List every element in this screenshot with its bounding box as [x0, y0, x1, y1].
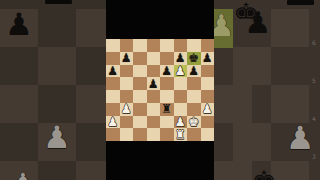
- square-f5: [174, 77, 188, 90]
- bg-square: [271, 85, 309, 123]
- bg-rank-label: 4: [312, 116, 320, 122]
- bg-white-pawn-b3: ♟: [39, 122, 75, 164]
- square-d1: [147, 128, 161, 141]
- square-d8: [147, 39, 161, 52]
- bg-black-pawn-g6: ♟: [241, 8, 275, 46]
- video-column: ♟♟♚♟♟♟♟♟♟♟♜♟♟♟♚♜: [106, 0, 214, 180]
- square-h7: [201, 52, 215, 65]
- square-a5: [106, 77, 120, 90]
- square-b1: [120, 128, 134, 141]
- square-f1: [174, 128, 188, 141]
- square-h4: [201, 90, 215, 103]
- square-e5: [160, 77, 174, 90]
- square-c5: [133, 77, 147, 90]
- video-frame[interactable]: ♟♟♟ ♟♟♚♟♟♟♟♟♟♟♜♟♟♟♚♜ ♟♚♟♟♚65432: [0, 0, 320, 180]
- square-f4: [174, 90, 188, 103]
- bg-square: [76, 161, 106, 180]
- square-g3: [187, 103, 201, 116]
- bg-square: [214, 85, 252, 123]
- square-h2: [201, 116, 215, 129]
- square-f7: [174, 52, 188, 65]
- square-b2: [120, 116, 134, 129]
- background-board-right: ♟♚♟♟♚65432: [214, 0, 320, 180]
- square-b6: [120, 65, 134, 78]
- bg-rank-label: 5: [312, 78, 320, 84]
- square-h1: [201, 128, 215, 141]
- square-g1: [187, 128, 201, 141]
- square-c7: [133, 52, 147, 65]
- square-a2: [106, 116, 120, 129]
- square-c6: [133, 65, 147, 78]
- square-a8: [106, 39, 120, 52]
- bg-square: [38, 47, 76, 85]
- square-f2: [174, 116, 188, 129]
- square-d2: [147, 116, 161, 129]
- square-g4: [187, 90, 201, 103]
- square-b7: [120, 52, 134, 65]
- square-a4: [106, 90, 120, 103]
- square-b3: [120, 103, 134, 116]
- square-a3: [106, 103, 120, 116]
- square-g7: [187, 52, 201, 65]
- square-g5: [187, 77, 201, 90]
- square-d7: [147, 52, 161, 65]
- bg-white-pawn-head-a2: ♟: [8, 170, 38, 180]
- square-c4: [133, 90, 147, 103]
- bg-square: [271, 9, 309, 47]
- square-c1: [133, 128, 147, 141]
- square-e6: [160, 65, 174, 78]
- square-g8: [187, 39, 201, 52]
- board: ♟♟♚♟♟♟♟♟♟♟♜♟♟♟♚♜: [106, 39, 214, 141]
- square-a1: [106, 128, 120, 141]
- bg-square: [0, 85, 38, 123]
- square-e1: [160, 128, 174, 141]
- bg-piece-base-h7: [287, 0, 314, 5]
- bg-square: [233, 123, 271, 161]
- square-h6: [201, 65, 215, 78]
- square-h5: [201, 77, 215, 90]
- square-c8: [133, 39, 147, 52]
- bg-piece-base-b7: [45, 0, 72, 4]
- square-h8: [201, 39, 215, 52]
- square-b5: [120, 77, 134, 90]
- square-f3: [174, 103, 188, 116]
- bg-square: [76, 85, 106, 123]
- square-g6: [187, 65, 201, 78]
- square-d6: [147, 65, 161, 78]
- background-board-left: ♟♟♟: [0, 0, 106, 180]
- square-e2: [160, 116, 174, 129]
- square-a6: [106, 65, 120, 78]
- square-f6: [174, 65, 188, 78]
- square-c3: [133, 103, 147, 116]
- square-a7: [106, 52, 120, 65]
- bg-rank-label: 3: [312, 154, 320, 160]
- square-e8: [160, 39, 174, 52]
- square-f8: [174, 39, 188, 52]
- square-e3: [160, 103, 174, 116]
- bg-square: [76, 9, 106, 47]
- square-e4: [160, 90, 174, 103]
- bg-black-pawn-a6: ♟: [1, 9, 37, 49]
- square-c2: [133, 116, 147, 129]
- square-d4: [147, 90, 161, 103]
- square-g2: [187, 116, 201, 129]
- square-d3: [147, 103, 161, 116]
- square-h3: [201, 103, 215, 116]
- square-e7: [160, 52, 174, 65]
- square-b8: [120, 39, 134, 52]
- bg-black-king-top-g2: ♚: [246, 168, 282, 180]
- bg-square: [233, 47, 271, 85]
- bg-rank-label: 6: [312, 40, 320, 46]
- square-b4: [120, 90, 134, 103]
- square-d5: [147, 77, 161, 90]
